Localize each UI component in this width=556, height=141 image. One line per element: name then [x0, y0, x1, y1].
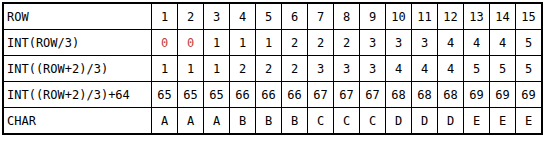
cell: C [308, 108, 334, 135]
cell: D [438, 108, 464, 135]
cell: 3 [334, 56, 360, 82]
cell: B [282, 108, 308, 135]
cell: C [360, 108, 386, 135]
cell: 3 [360, 56, 386, 82]
cell: D [412, 108, 438, 135]
cell: 4 [412, 56, 438, 82]
cell: 2 [230, 56, 256, 82]
cell: 10 [386, 3, 412, 30]
cell: D [386, 108, 412, 135]
cell: 9 [360, 3, 386, 30]
cell: 69 [464, 82, 490, 108]
row-label: ROW [3, 3, 152, 30]
cell: 1 [152, 3, 178, 30]
cell: 13 [464, 3, 490, 30]
row-label: INT(ROW/3) [3, 30, 152, 56]
cell: A [178, 108, 204, 135]
cell: A [204, 108, 230, 135]
cell: 5 [490, 56, 516, 82]
cell: 4 [386, 56, 412, 82]
cell: 1 [178, 56, 204, 82]
cell: 66 [282, 82, 308, 108]
cell: 2 [308, 30, 334, 56]
cell: 1 [152, 56, 178, 82]
cell: 7 [308, 3, 334, 30]
cell: 4 [464, 30, 490, 56]
table-row: INT((ROW+2)/3)+6465656566666667676768686… [3, 82, 542, 108]
cell: 65 [204, 82, 230, 108]
cell: E [464, 108, 490, 135]
cell: 14 [490, 3, 516, 30]
cell: 1 [204, 56, 230, 82]
cell: 2 [178, 3, 204, 30]
cell: 15 [516, 3, 543, 30]
calculation-table-body: ROW123456789101112131415INT(ROW/3)001112… [3, 3, 542, 134]
cell: 4 [490, 30, 516, 56]
cell: 12 [438, 3, 464, 30]
cell: 5 [256, 3, 282, 30]
cell: 5 [516, 56, 543, 82]
row-label: INT((ROW+2)/3) [3, 56, 152, 82]
cell: 1 [230, 30, 256, 56]
cell: 65 [178, 82, 204, 108]
cell: 67 [360, 82, 386, 108]
table-row: INT((ROW+2)/3)111222333444555 [3, 56, 542, 82]
cell: 3 [308, 56, 334, 82]
cell: 68 [412, 82, 438, 108]
cell: 2 [282, 56, 308, 82]
cell: 4 [438, 30, 464, 56]
cell: 0 [152, 30, 178, 56]
cell: 66 [230, 82, 256, 108]
cell: 6 [282, 3, 308, 30]
table-row: ROW123456789101112131415 [3, 3, 542, 30]
cell: 68 [438, 82, 464, 108]
cell: 66 [256, 82, 282, 108]
table-row: INT(ROW/3)001112223334445 [3, 30, 542, 56]
cell: 68 [386, 82, 412, 108]
cell: 67 [308, 82, 334, 108]
cell: 3 [204, 3, 230, 30]
table-row: CHARAAABBBCCCDDDEEE [3, 108, 542, 135]
cell: 8 [334, 3, 360, 30]
cell: B [256, 108, 282, 135]
calculation-table: ROW123456789101112131415INT(ROW/3)001112… [2, 2, 543, 135]
cell: 3 [360, 30, 386, 56]
cell: 69 [490, 82, 516, 108]
cell: 4 [230, 3, 256, 30]
cell: 0 [178, 30, 204, 56]
cell: 3 [412, 30, 438, 56]
cell: 2 [334, 30, 360, 56]
cell: 67 [334, 82, 360, 108]
cell: 11 [412, 3, 438, 30]
cell: 2 [256, 56, 282, 82]
cell: 4 [438, 56, 464, 82]
cell: 2 [282, 30, 308, 56]
cell: B [230, 108, 256, 135]
cell: 1 [204, 30, 230, 56]
cell: 3 [386, 30, 412, 56]
cell: 1 [256, 30, 282, 56]
cell: 65 [152, 82, 178, 108]
cell: E [490, 108, 516, 135]
cell: 69 [516, 82, 543, 108]
row-label: CHAR [3, 108, 152, 135]
row-label: INT((ROW+2)/3)+64 [3, 82, 152, 108]
cell: A [152, 108, 178, 135]
cell: C [334, 108, 360, 135]
cell: E [516, 108, 543, 135]
cell: 5 [464, 56, 490, 82]
cell: 5 [516, 30, 543, 56]
